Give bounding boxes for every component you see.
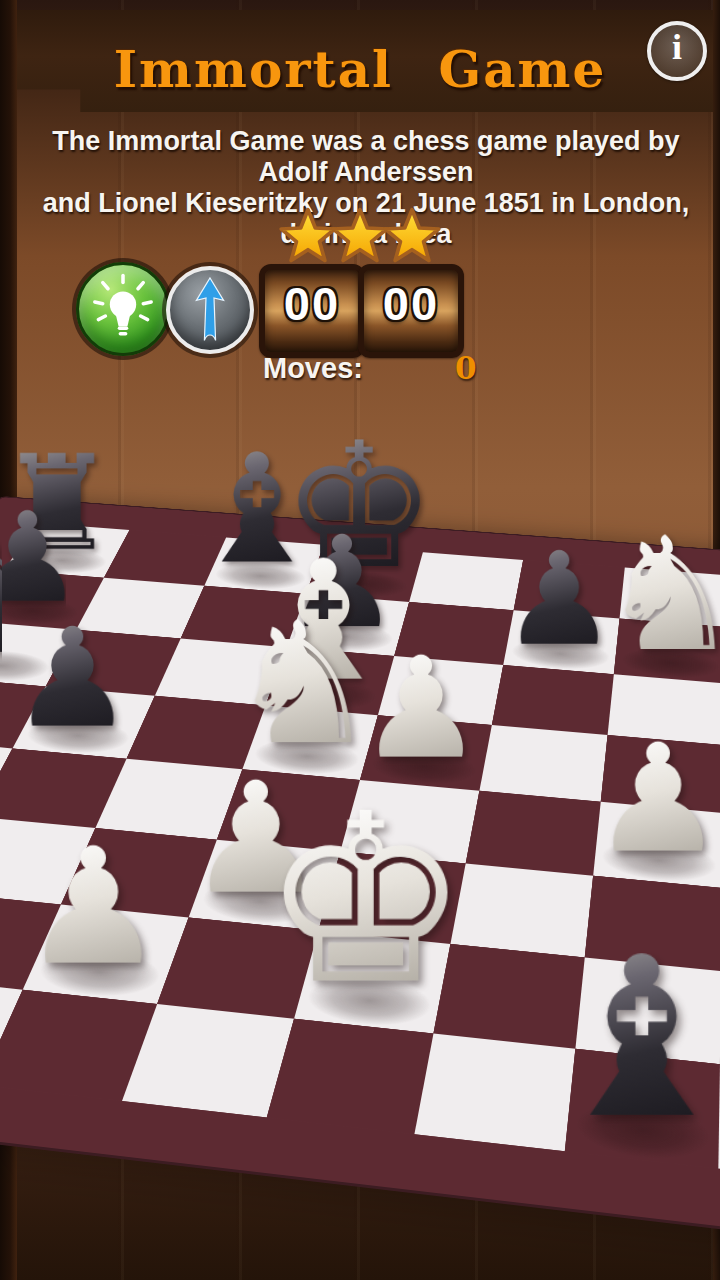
- pawn-glyph: ♟: [0, 827, 231, 988]
- king-glyph: ♚: [225, 783, 506, 1017]
- pawn-glyph: ♟: [530, 725, 720, 874]
- bishop-glyph: ♝: [490, 928, 720, 1149]
- square-e1[interactable]: [267, 1019, 434, 1134]
- piece-black-bishop[interactable]: ♝: [565, 1049, 720, 1169]
- pawn-glyph: ♟: [671, 552, 720, 682]
- chess-board: ♜♝♚♜♟♟♟♞♟♞♝♟♞♟♟♟♟♟♟♚♛♝: [0, 497, 720, 1254]
- screen: Immortal Game i The Immortal Game was a …: [0, 0, 720, 1280]
- piece-white-pawn[interactable]: ♟: [593, 802, 720, 888]
- pawn-glyph: ♟: [0, 610, 190, 747]
- board-scene: ♜♝♚♜♟♟♟♞♟♞♝♟♞♟♟♟♟♟♟♚♛♝: [0, 0, 720, 1280]
- pawn-glyph: ♟: [301, 639, 541, 779]
